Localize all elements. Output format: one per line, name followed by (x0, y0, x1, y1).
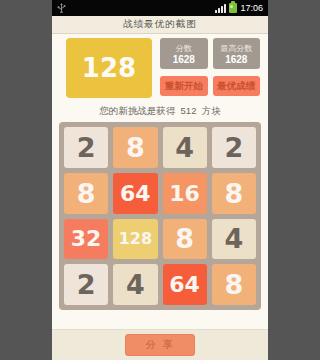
best-score-value: 1628 (225, 54, 247, 65)
share-button[interactable]: 分 享 (125, 334, 195, 356)
best-score-label: 最高分数 (220, 43, 252, 54)
tile-64: 64 (163, 264, 207, 305)
title-bar: 战绩最优的截图 (52, 16, 268, 34)
score-box: 分数 1628 (160, 38, 208, 69)
tile-8: 8 (64, 173, 108, 214)
tile-16: 16 (163, 173, 207, 214)
score-label: 分数 (176, 43, 192, 54)
tile-4: 4 (163, 127, 207, 168)
tile-4: 4 (212, 219, 256, 260)
restart-button[interactable]: 重新开始 (160, 76, 208, 96)
best-results-button[interactable]: 最优成绩 (213, 76, 261, 96)
app-screen: 17:06 战绩最优的截图 128 分数 1628 最高分数 1628 重新开始… (52, 0, 268, 360)
game-board[interactable]: 2842864168321288424648 (59, 122, 261, 310)
signal-icon (215, 4, 226, 13)
page-title: 战绩最优的截图 (123, 18, 197, 31)
tile-8: 8 (163, 219, 207, 260)
tile-32: 32 (64, 219, 108, 260)
tile-128: 128 (113, 219, 157, 260)
tile-2: 2 (64, 127, 108, 168)
usb-icon (57, 3, 66, 14)
score-panel-right: 分数 1628 最高分数 1628 重新开始 最优成绩 (160, 38, 260, 98)
tile-8: 8 (212, 264, 256, 305)
challenge-text: 您的新挑战是获得 512 方块 (52, 105, 268, 116)
battery-icon (229, 3, 237, 13)
tile-64: 64 (113, 173, 157, 214)
tile-2: 2 (64, 264, 108, 305)
tile-4: 4 (113, 264, 157, 305)
tile-2: 2 (212, 127, 256, 168)
tile-8: 8 (212, 173, 256, 214)
clock-text: 17:06 (240, 4, 263, 13)
status-bar: 17:06 (52, 0, 268, 16)
tile-8: 8 (113, 127, 157, 168)
score-panel: 128 分数 1628 最高分数 1628 重新开始 最优成绩 (66, 38, 260, 98)
bottom-bar: 分 享 (52, 329, 268, 360)
best-score-box: 最高分数 1628 (213, 38, 261, 69)
best-tile: 128 (66, 38, 152, 98)
score-value: 1628 (173, 54, 195, 65)
